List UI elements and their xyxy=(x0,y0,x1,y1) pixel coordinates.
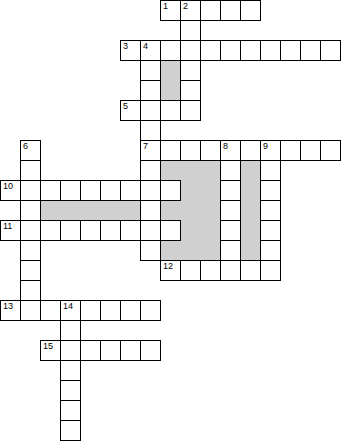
clue-number-5: 5 xyxy=(123,101,128,111)
answer-cell-r2c9[interactable] xyxy=(180,40,201,61)
answer-cell-r2c7[interactable]: 4 xyxy=(140,40,161,61)
clue-number-15: 15 xyxy=(43,341,53,351)
shaded-cell-r12c9 xyxy=(180,240,201,261)
answer-cell-r14c1[interactable] xyxy=(20,280,41,301)
answer-cell-r4c7[interactable] xyxy=(140,80,161,101)
answer-cell-r11c1[interactable] xyxy=(20,220,41,241)
answer-cell-r9c7[interactable] xyxy=(140,180,161,201)
shaded-cell-r10c6 xyxy=(120,200,141,221)
answer-cell-r9c13[interactable] xyxy=(260,180,281,201)
answer-cell-r7c8[interactable] xyxy=(160,140,181,161)
answer-cell-r9c5[interactable] xyxy=(100,180,121,201)
shaded-cell-r4c8 xyxy=(160,80,181,101)
answer-cell-r12c13[interactable] xyxy=(260,240,281,261)
answer-cell-r5c9[interactable] xyxy=(180,100,201,121)
answer-cell-r8c1[interactable] xyxy=(20,160,41,181)
answer-cell-r2c6[interactable]: 3 xyxy=(120,40,141,61)
answer-cell-r11c6[interactable] xyxy=(120,220,141,241)
answer-cell-r9c11[interactable] xyxy=(220,180,241,201)
shaded-cell-r10c4 xyxy=(80,200,101,221)
answer-cell-r8c13[interactable] xyxy=(260,160,281,181)
shaded-cell-r11c12 xyxy=(240,220,261,241)
crossword-grid: 123456789101112131415 xyxy=(0,0,341,441)
answer-cell-r8c7[interactable] xyxy=(140,160,161,181)
answer-cell-r9c6[interactable] xyxy=(120,180,141,201)
answer-cell-r9c1[interactable] xyxy=(20,180,41,201)
answer-cell-r3c7[interactable] xyxy=(140,60,161,81)
clue-number-8: 8 xyxy=(223,141,228,151)
answer-cell-r9c8[interactable] xyxy=(160,180,181,201)
shaded-cell-r8c9 xyxy=(180,160,201,181)
answer-cell-r5c7[interactable] xyxy=(140,100,161,121)
answer-cell-r5c8[interactable] xyxy=(160,100,181,121)
answer-cell-r5c6[interactable]: 5 xyxy=(120,100,141,121)
answer-cell-r12c1[interactable] xyxy=(20,240,41,261)
answer-cell-r11c5[interactable] xyxy=(100,220,121,241)
answer-cell-r0c10[interactable] xyxy=(200,0,221,21)
answer-cell-r13c9[interactable] xyxy=(180,260,201,281)
shaded-cell-r10c2 xyxy=(40,200,61,221)
answer-cell-r16c3[interactable] xyxy=(60,320,81,341)
answer-cell-r10c13[interactable] xyxy=(260,200,281,221)
shaded-cell-r10c8 xyxy=(160,200,181,221)
answer-cell-r7c9[interactable] xyxy=(180,140,201,161)
answer-cell-r0c12[interactable] xyxy=(240,0,261,21)
clue-number-2: 2 xyxy=(183,1,188,11)
answer-cell-r13c13[interactable] xyxy=(260,260,281,281)
answer-cell-r17c5[interactable] xyxy=(100,340,121,361)
answer-cell-r2c11[interactable] xyxy=(220,40,241,61)
answer-cell-r11c13[interactable] xyxy=(260,220,281,241)
answer-cell-r7c13[interactable]: 9 xyxy=(260,140,281,161)
answer-cell-r21c3[interactable] xyxy=(60,420,81,441)
answer-cell-r15c6[interactable] xyxy=(120,300,141,321)
clue-number-10: 10 xyxy=(3,181,13,191)
answer-cell-r7c7[interactable]: 7 xyxy=(140,140,161,161)
answer-cell-r13c10[interactable] xyxy=(200,260,221,281)
answer-cell-r2c13[interactable] xyxy=(260,40,281,61)
answer-cell-r10c11[interactable] xyxy=(220,200,241,221)
answer-cell-r11c3[interactable] xyxy=(60,220,81,241)
answer-cell-r11c0[interactable]: 11 xyxy=(0,220,21,241)
answer-cell-r2c12[interactable] xyxy=(240,40,261,61)
answer-cell-r2c8[interactable] xyxy=(160,40,181,61)
answer-cell-r8c11[interactable] xyxy=(220,160,241,181)
answer-cell-r15c3[interactable]: 14 xyxy=(60,300,81,321)
answer-cell-r6c7[interactable] xyxy=(140,120,161,141)
answer-cell-r9c2[interactable] xyxy=(40,180,61,201)
answer-cell-r4c9[interactable] xyxy=(180,80,201,101)
answer-cell-r7c11[interactable]: 8 xyxy=(220,140,241,161)
answer-cell-r0c9[interactable]: 2 xyxy=(180,0,201,21)
answer-cell-r12c11[interactable] xyxy=(220,240,241,261)
clue-number-9: 9 xyxy=(263,141,268,151)
answer-cell-r15c4[interactable] xyxy=(80,300,101,321)
answer-cell-r17c7[interactable] xyxy=(140,340,161,361)
answer-cell-r13c1[interactable] xyxy=(20,260,41,281)
answer-cell-r17c2[interactable]: 15 xyxy=(40,340,61,361)
answer-cell-r15c2[interactable] xyxy=(40,300,61,321)
answer-cell-r7c10[interactable] xyxy=(200,140,221,161)
answer-cell-r18c3[interactable] xyxy=(60,360,81,381)
clue-number-13: 13 xyxy=(3,301,13,311)
answer-cell-r10c1[interactable] xyxy=(20,200,41,221)
answer-cell-r7c14[interactable] xyxy=(280,140,301,161)
answer-cell-r7c15[interactable] xyxy=(300,140,321,161)
shaded-cell-r11c9 xyxy=(180,220,201,241)
shaded-cell-r10c12 xyxy=(240,200,261,221)
shaded-cell-r10c5 xyxy=(100,200,121,221)
answer-cell-r1c9[interactable] xyxy=(180,20,201,41)
answer-cell-r13c12[interactable] xyxy=(240,260,261,281)
clue-number-3: 3 xyxy=(123,41,128,51)
clue-number-14: 14 xyxy=(63,301,73,311)
answer-cell-r9c0[interactable]: 10 xyxy=(0,180,21,201)
answer-cell-r17c4[interactable] xyxy=(80,340,101,361)
shaded-cell-r12c8 xyxy=(160,240,181,261)
clue-number-11: 11 xyxy=(3,221,12,231)
answer-cell-r2c10[interactable] xyxy=(200,40,221,61)
shaded-cell-r10c9 xyxy=(180,200,201,221)
shaded-cell-r9c9 xyxy=(180,180,201,201)
answer-cell-r11c8[interactable] xyxy=(160,220,181,241)
answer-cell-r2c16[interactable] xyxy=(320,40,341,61)
answer-cell-r11c4[interactable] xyxy=(80,220,101,241)
answer-cell-r9c3[interactable] xyxy=(60,180,81,201)
shaded-cell-r8c12 xyxy=(240,160,261,181)
answer-cell-r11c2[interactable] xyxy=(40,220,61,241)
shaded-cell-r12c12 xyxy=(240,240,261,261)
answer-cell-r13c8[interactable]: 12 xyxy=(160,260,181,281)
answer-cell-r3c9[interactable] xyxy=(180,60,201,81)
answer-cell-r17c3[interactable] xyxy=(60,340,81,361)
answer-cell-r19c3[interactable] xyxy=(60,380,81,401)
shaded-cell-r12c10 xyxy=(200,240,221,261)
answer-cell-r15c5[interactable] xyxy=(100,300,121,321)
answer-cell-r20c3[interactable] xyxy=(60,400,81,421)
answer-cell-r9c4[interactable] xyxy=(80,180,101,201)
clue-number-7: 7 xyxy=(143,141,148,151)
shaded-cell-r3c8 xyxy=(160,60,181,81)
shaded-cell-r10c10 xyxy=(200,200,221,221)
shaded-cell-r8c8 xyxy=(160,160,181,181)
answer-cell-r11c7[interactable] xyxy=(140,220,161,241)
answer-cell-r2c15[interactable] xyxy=(300,40,321,61)
answer-cell-r17c6[interactable] xyxy=(120,340,141,361)
answer-cell-r7c1[interactable]: 6 xyxy=(20,140,41,161)
shaded-cell-r9c10 xyxy=(200,180,221,201)
clue-number-12: 12 xyxy=(163,261,173,271)
answer-cell-r0c11[interactable] xyxy=(220,0,241,21)
answer-cell-r15c7[interactable] xyxy=(140,300,161,321)
answer-cell-r12c7[interactable] xyxy=(140,240,161,261)
answer-cell-r0c8[interactable]: 1 xyxy=(160,0,181,21)
answer-cell-r7c16[interactable] xyxy=(320,140,341,161)
shaded-cell-r8c10 xyxy=(200,160,221,181)
clue-number-4: 4 xyxy=(143,41,148,51)
shaded-cell-r10c3 xyxy=(60,200,81,221)
clue-number-1: 1 xyxy=(163,1,168,11)
answer-cell-r2c14[interactable] xyxy=(280,40,301,61)
shaded-cell-r9c12 xyxy=(240,180,261,201)
answer-cell-r10c7[interactable] xyxy=(140,200,161,221)
answer-cell-r13c11[interactable] xyxy=(220,260,241,281)
answer-cell-r15c0[interactable]: 13 xyxy=(0,300,21,321)
answer-cell-r11c11[interactable] xyxy=(220,220,241,241)
shaded-cell-r11c10 xyxy=(200,220,221,241)
answer-cell-r15c1[interactable] xyxy=(20,300,41,321)
clue-number-6: 6 xyxy=(23,141,28,151)
answer-cell-r7c12[interactable] xyxy=(240,140,261,161)
